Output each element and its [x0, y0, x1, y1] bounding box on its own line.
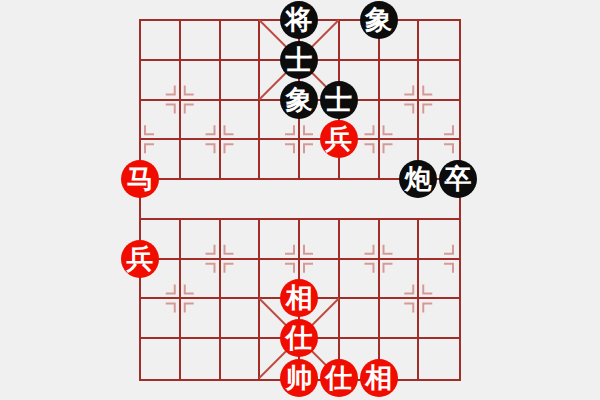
board-cell — [221, 260, 261, 300]
board-cell — [300, 220, 340, 260]
xiangqi-board-background: 将象士象士兵马炮卒兵相仕帅仕相 — [0, 0, 600, 400]
board-cell — [221, 220, 261, 260]
board-cell — [221, 339, 261, 379]
board-cell — [221, 299, 261, 339]
piece-red-horse[interactable]: 马 — [121, 160, 159, 198]
board-cell — [419, 61, 459, 101]
piece-black-advisor[interactable]: 士 — [320, 81, 358, 119]
board-cell — [181, 101, 221, 141]
board-cell — [380, 299, 420, 339]
board-cell — [221, 61, 261, 101]
board-cell — [221, 140, 261, 180]
board-cell — [141, 299, 181, 339]
piece-black-soldier[interactable]: 卒 — [439, 160, 477, 198]
piece-red-advisor[interactable]: 仕 — [320, 359, 358, 397]
board-cell — [181, 220, 221, 260]
piece-black-elephant[interactable]: 象 — [280, 81, 318, 119]
piece-red-general[interactable]: 帅 — [280, 359, 318, 397]
piece-red-elephant[interactable]: 相 — [360, 359, 398, 397]
piece-red-advisor[interactable]: 仕 — [280, 319, 318, 357]
piece-red-soldier[interactable]: 兵 — [121, 240, 159, 278]
board-cell — [260, 220, 300, 260]
board-cell — [380, 260, 420, 300]
piece-black-cannon[interactable]: 炮 — [399, 160, 437, 198]
board-cell — [141, 21, 181, 61]
board-cell — [419, 299, 459, 339]
board-cell — [141, 339, 181, 379]
board-cell — [419, 21, 459, 61]
board-cell — [340, 260, 380, 300]
board-cell — [181, 299, 221, 339]
board-cell — [181, 61, 221, 101]
board-cell — [181, 339, 221, 379]
board-cell — [340, 220, 380, 260]
board-cell — [340, 299, 380, 339]
board-cell — [141, 101, 181, 141]
board-cell — [419, 220, 459, 260]
board-cell — [260, 180, 300, 220]
piece-black-general[interactable]: 将 — [280, 1, 318, 39]
board-cell — [221, 101, 261, 141]
board-cell — [380, 61, 420, 101]
piece-red-elephant[interactable]: 相 — [280, 279, 318, 317]
board-cell — [181, 140, 221, 180]
piece-red-soldier[interactable]: 兵 — [320, 120, 358, 158]
board-cell — [181, 180, 221, 220]
board-cell — [221, 180, 261, 220]
board-cell — [181, 260, 221, 300]
board-cell — [419, 339, 459, 379]
board-cell — [141, 61, 181, 101]
piece-black-elephant[interactable]: 象 — [360, 1, 398, 39]
board-cell — [419, 101, 459, 141]
board-cell — [419, 260, 459, 300]
board-cell — [260, 140, 300, 180]
board-cell — [380, 101, 420, 141]
board-cell — [221, 21, 261, 61]
board-cell — [300, 180, 340, 220]
board-cell — [181, 21, 221, 61]
board-cell — [380, 220, 420, 260]
piece-black-advisor[interactable]: 士 — [280, 41, 318, 79]
board-cell — [340, 180, 380, 220]
